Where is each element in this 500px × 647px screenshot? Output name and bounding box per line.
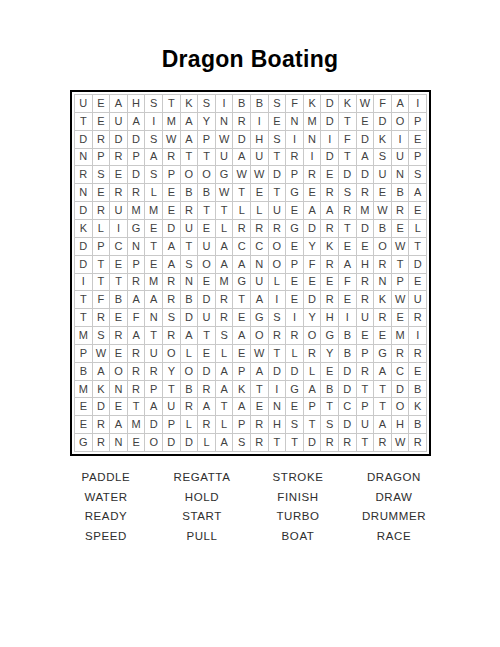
grid-cell: S (269, 95, 287, 113)
grid-cell: W (392, 238, 410, 256)
grid-cell: E (304, 184, 322, 202)
grid-cell: I (286, 131, 304, 149)
word-list-item: STROKE (250, 468, 346, 488)
grid-cell: R (128, 381, 146, 399)
grid-cell: Y (304, 309, 322, 327)
grid-cell: L (409, 220, 427, 238)
grid-cell: R (93, 309, 111, 327)
grid-cell: D (110, 131, 128, 149)
grid-cell: I (110, 220, 128, 238)
grid-cell: R (251, 416, 269, 434)
grid-cell: S (269, 131, 287, 149)
grid-cell: E (339, 291, 357, 309)
grid-cell: A (374, 363, 392, 381)
grid-cell: N (216, 113, 234, 131)
grid-cell: N (181, 274, 199, 292)
grid-cell: R (198, 416, 216, 434)
grid-cell: U (110, 202, 128, 220)
grid-cell: G (233, 274, 251, 292)
grid-cell: T (251, 381, 269, 399)
grid-cell: R (163, 274, 181, 292)
grid-cell: R (286, 327, 304, 345)
grid-cell: P (128, 256, 146, 274)
grid-cell: L (286, 345, 304, 363)
grid-cell: D (181, 434, 199, 452)
grid-cell: D (163, 220, 181, 238)
grid-cell: M (145, 274, 163, 292)
grid-cell: D (145, 416, 163, 434)
grid-cell: D (181, 309, 199, 327)
grid-cell: N (304, 131, 322, 149)
grid-cell: T (233, 184, 251, 202)
grid-cell: I (409, 95, 427, 113)
grid-cell: R (216, 291, 234, 309)
grid-cell: A (181, 327, 199, 345)
grid-cell: I (269, 381, 287, 399)
grid-cell: S (145, 95, 163, 113)
grid-cell: P (286, 166, 304, 184)
grid-cell: A (251, 363, 269, 381)
grid-cell: T (198, 327, 216, 345)
grid-cell: W (163, 131, 181, 149)
grid-cell: A (233, 149, 251, 167)
word-list-column: DRAGONDRAWDRUMMERRACE (346, 468, 442, 546)
grid-cell: R (286, 149, 304, 167)
grid-cell: D (321, 95, 339, 113)
grid-cell: T (339, 113, 357, 131)
grid-cell: Y (198, 113, 216, 131)
grid-cell: P (357, 398, 375, 416)
grid-cell: R (216, 309, 234, 327)
grid-cell: E (110, 309, 128, 327)
grid-cell: G (321, 327, 339, 345)
word-list-item: REGATTA (154, 468, 250, 488)
grid-cell: E (251, 398, 269, 416)
grid-cell: D (357, 220, 375, 238)
grid-cell: H (251, 131, 269, 149)
grid-cell: D (198, 363, 216, 381)
grid-cell: E (110, 398, 128, 416)
grid-cell: N (110, 381, 128, 399)
grid-cell: B (374, 220, 392, 238)
grid-cell: D (321, 113, 339, 131)
grid-cell: K (181, 95, 199, 113)
grid-cell: R (163, 327, 181, 345)
grid-cell: D (128, 166, 146, 184)
grid-cell: A (163, 238, 181, 256)
grid-cell: O (145, 434, 163, 452)
grid-cell: D (269, 363, 287, 381)
grid-cell: D (339, 381, 357, 399)
grid-cell: R (392, 345, 410, 363)
grid-cell: H (392, 416, 410, 434)
grid-cell: U (357, 309, 375, 327)
grid-cell: B (181, 381, 199, 399)
grid-cell: D (374, 113, 392, 131)
grid-cell: D (304, 434, 322, 452)
grid-cell: E (286, 291, 304, 309)
grid-cell: E (286, 398, 304, 416)
grid-cell: G (128, 220, 146, 238)
grid-cell: M (163, 113, 181, 131)
grid-cell: B (181, 184, 199, 202)
grid-cell: T (181, 149, 199, 167)
grid-cell: B (110, 291, 128, 309)
grid-cell: E (286, 274, 304, 292)
grid-cell: A (128, 327, 146, 345)
grid-cell: T (269, 434, 287, 452)
grid-cell: R (110, 184, 128, 202)
grid-cell: E (321, 274, 339, 292)
grid-cell: C (251, 238, 269, 256)
grid-cell: U (392, 149, 410, 167)
grid-cell: E (93, 113, 111, 131)
grid-cell: I (216, 95, 234, 113)
grid-cell: T (321, 398, 339, 416)
grid-cell: E (233, 309, 251, 327)
grid-cell: C (233, 238, 251, 256)
grid-cell: S (93, 166, 111, 184)
grid-cell: E (286, 238, 304, 256)
grid-cell: D (128, 131, 146, 149)
grid-cell: A (145, 398, 163, 416)
word-list-item: HOLD (154, 488, 250, 508)
grid-cell: A (145, 291, 163, 309)
grid-cell: U (357, 416, 375, 434)
grid-cell: I (321, 131, 339, 149)
grid-cell: I (145, 113, 163, 131)
grid-cell: U (145, 345, 163, 363)
grid-cell: D (75, 202, 93, 220)
grid-cell: I (75, 274, 93, 292)
grid-cell: U (181, 220, 199, 238)
grid-cell: T (357, 434, 375, 452)
grid-cell: T (163, 95, 181, 113)
grid-cell: N (145, 309, 163, 327)
grid-cell: E (233, 345, 251, 363)
grid-cell: A (181, 113, 199, 131)
grid-cell: B (198, 184, 216, 202)
grid-cell: G (374, 345, 392, 363)
grid-cell: L (216, 416, 234, 434)
grid-cell: T (233, 291, 251, 309)
word-list-item: START (154, 507, 250, 527)
grid-cell: E (409, 202, 427, 220)
grid-cell: L (216, 220, 234, 238)
grid-cell: N (269, 398, 287, 416)
grid-cell: L (269, 274, 287, 292)
grid-cell: P (93, 238, 111, 256)
grid-cell: E (286, 202, 304, 220)
grid-cell: K (374, 131, 392, 149)
grid-cell: P (233, 416, 251, 434)
word-list: PADDLEWATERREADYSPEEDREGATTAHOLDSTARTPUL… (58, 468, 442, 546)
grid-cell: I (286, 309, 304, 327)
grid-cell: N (110, 434, 128, 452)
grid-cell: T (304, 416, 322, 434)
grid-cell: K (339, 95, 357, 113)
grid-cell: R (110, 327, 128, 345)
grid-cell: A (216, 363, 234, 381)
grid-cell: E (163, 202, 181, 220)
grid-cell: K (321, 238, 339, 256)
grid-cell: A (216, 256, 234, 274)
grid-cell: U (374, 166, 392, 184)
grid-cell: R (269, 220, 287, 238)
grid-cell: N (75, 149, 93, 167)
grid-cell: E (357, 113, 375, 131)
grid-cell: W (233, 166, 251, 184)
grid-cell: M (304, 113, 322, 131)
grid-cell: T (339, 149, 357, 167)
grid-cell: U (251, 149, 269, 167)
grid-cell: L (304, 363, 322, 381)
grid-cell: O (198, 256, 216, 274)
grid-cell: D (357, 131, 375, 149)
grid-cell: P (409, 113, 427, 131)
grid-cell: F (339, 274, 357, 292)
grid-cell: O (181, 363, 199, 381)
grid-cell: S (374, 149, 392, 167)
grid-cell: U (198, 309, 216, 327)
grid-cell: M (75, 327, 93, 345)
grid-cell: A (392, 95, 410, 113)
grid-cell: E (93, 184, 111, 202)
grid-cell: T (357, 381, 375, 399)
grid-cell: R (357, 274, 375, 292)
grid-cell: R (409, 345, 427, 363)
word-list-item: PULL (154, 527, 250, 547)
grid-cell: E (321, 166, 339, 184)
grid-cell: R (198, 381, 216, 399)
grid-cell: N (128, 238, 146, 256)
grid-cell: R (93, 131, 111, 149)
grid-cell: S (216, 327, 234, 345)
grid-cell: R (251, 220, 269, 238)
grid-cell: D (75, 238, 93, 256)
grid-cell: G (75, 434, 93, 452)
word-list-column: STROKEFINISHTURBOBOAT (250, 468, 346, 546)
grid-cell: G (251, 309, 269, 327)
grid-cell: W (93, 345, 111, 363)
grid-cell: N (75, 184, 93, 202)
grid-cell: K (93, 381, 111, 399)
grid-cell: B (339, 345, 357, 363)
grid-cell: D (339, 363, 357, 381)
grid-cell: K (409, 398, 427, 416)
grid-cell: D (286, 363, 304, 381)
grid-cell: H (357, 256, 375, 274)
grid-cell: E (198, 345, 216, 363)
grid-cell: D (269, 166, 287, 184)
grid-cell: F (339, 131, 357, 149)
grid-cell: A (198, 398, 216, 416)
grid-cell: T (286, 434, 304, 452)
grid-cell: O (392, 113, 410, 131)
grid-cell: M (128, 416, 146, 434)
grid-cell: L (93, 220, 111, 238)
grid-cell: P (75, 345, 93, 363)
grid-cell: A (321, 202, 339, 220)
grid-cell: O (304, 327, 322, 345)
grid-cell: F (128, 309, 146, 327)
grid-cell: R (93, 416, 111, 434)
grid-cell: P (409, 149, 427, 167)
word-list-item: SPEED (58, 527, 154, 547)
grid-cell: E (409, 363, 427, 381)
grid-cell: T (374, 398, 392, 416)
grid-cell: S (163, 309, 181, 327)
grid-cell: E (75, 398, 93, 416)
grid-cell: R (75, 166, 93, 184)
grid-cell: E (110, 345, 128, 363)
grid-cell: R (128, 363, 146, 381)
grid-cell: H (321, 309, 339, 327)
grid-cell: D (339, 166, 357, 184)
grid-cell: E (374, 327, 392, 345)
grid-cell: T (198, 202, 216, 220)
grid-cell: R (321, 434, 339, 452)
grid-cell: L (181, 416, 199, 434)
grid-cell: R (357, 291, 375, 309)
grid-cell: P (286, 256, 304, 274)
grid-cell: A (374, 416, 392, 434)
grid-cell: E (145, 220, 163, 238)
grid-cell: L (216, 345, 234, 363)
grid-cell: R (181, 202, 199, 220)
grid-cell: O (110, 363, 128, 381)
grid-cell: R (128, 345, 146, 363)
grid-cell: S (198, 95, 216, 113)
grid-cell: R (409, 309, 427, 327)
grid-cell: T (181, 238, 199, 256)
grid-cell: A (181, 131, 199, 149)
grid-cell: R (233, 113, 251, 131)
grid-cell: R (110, 149, 128, 167)
grid-cell: D (304, 220, 322, 238)
grid-cell: A (216, 238, 234, 256)
grid-cell: T (392, 256, 410, 274)
grid-cell: R (251, 434, 269, 452)
grid-cell: T (75, 113, 93, 131)
grid-cell: T (145, 327, 163, 345)
grid-cell: M (392, 327, 410, 345)
grid-cell: S (269, 309, 287, 327)
grid-cell: U (163, 398, 181, 416)
grid-cell: E (251, 184, 269, 202)
grid-cell: E (409, 131, 427, 149)
grid-cell: A (409, 184, 427, 202)
grid-cell: D (75, 131, 93, 149)
grid-cell: B (75, 363, 93, 381)
grid-cell: E (374, 184, 392, 202)
word-list-item: PADDLE (58, 468, 154, 488)
grid-cell: B (321, 381, 339, 399)
word-list-column: PADDLEWATERREADYSPEED (58, 468, 154, 546)
grid-cell: B (251, 95, 269, 113)
grid-cell: N (374, 274, 392, 292)
grid-cell: U (75, 95, 93, 113)
word-list-item: DRAW (346, 488, 442, 508)
grid-cell: E (93, 95, 111, 113)
grid-cell: G (216, 166, 234, 184)
word-list-item: WATER (58, 488, 154, 508)
grid-cell: O (181, 166, 199, 184)
grid-cell: D (75, 256, 93, 274)
grid-cell: C (392, 363, 410, 381)
grid-cell: R (357, 363, 375, 381)
word-list-item: FINISH (250, 488, 346, 508)
grid-cell: Y (321, 345, 339, 363)
puzzle-title: Dragon Boating (0, 46, 500, 73)
grid-cell: E (304, 274, 322, 292)
grid-cell: T (93, 256, 111, 274)
grid-cell: R (321, 256, 339, 274)
grid-cell: R (93, 434, 111, 452)
grid-cell: L (181, 345, 199, 363)
grid-cell: O (269, 238, 287, 256)
grid-cell: E (163, 184, 181, 202)
grid-cell: P (198, 131, 216, 149)
grid-cell: U (409, 291, 427, 309)
grid-cell: R (392, 202, 410, 220)
grid-cell: H (128, 95, 146, 113)
grid-cell: K (233, 381, 251, 399)
grid-cell: K (374, 291, 392, 309)
grid-cell: W (216, 184, 234, 202)
grid-cell: K (75, 220, 93, 238)
grid-cell: E (198, 220, 216, 238)
grid-cell: R (163, 149, 181, 167)
grid-cell: A (357, 149, 375, 167)
grid-cell: D (233, 131, 251, 149)
grid-cell: B (409, 416, 427, 434)
grid-cell: D (304, 291, 322, 309)
grid-cell: W (357, 95, 375, 113)
grid-cell: E (269, 113, 287, 131)
grid-cell: W (392, 291, 410, 309)
grid-cell: A (216, 434, 234, 452)
grid-cell: R (269, 327, 287, 345)
grid-cell: S (321, 416, 339, 434)
grid-cell: R (181, 398, 199, 416)
grid-cell: M (145, 202, 163, 220)
grid-cell: M (128, 202, 146, 220)
grid-cell: R (339, 202, 357, 220)
grid-cell: A (128, 291, 146, 309)
grid-cell: R (163, 291, 181, 309)
grid-cell: W (216, 131, 234, 149)
grid-cell: R (145, 363, 163, 381)
grid-cell: U (216, 149, 234, 167)
grid-cell: E (198, 274, 216, 292)
grid-cell: R (321, 220, 339, 238)
grid-cell: A (110, 95, 128, 113)
grid-cell: S (233, 434, 251, 452)
grid-cell: T (374, 381, 392, 399)
grid-cell: T (128, 398, 146, 416)
grid-cell: F (304, 256, 322, 274)
grid-cell: G (286, 220, 304, 238)
letter-grid: UEAHSTKSIBBSFKDKWFAITEUAIMAYNRIENMDTEDOP… (74, 94, 427, 452)
grid-cell: O (251, 327, 269, 345)
grid-cell: E (75, 416, 93, 434)
grid-cell: A (216, 381, 234, 399)
grid-cell: A (251, 291, 269, 309)
grid-cell: A (233, 327, 251, 345)
word-list-item: TURBO (250, 507, 346, 527)
grid-cell: D (392, 381, 410, 399)
